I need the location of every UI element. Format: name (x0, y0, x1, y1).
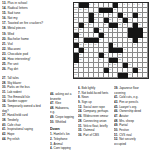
cell-number: 13 (114, 8, 116, 10)
cell-number: 46 (114, 43, 116, 45)
clue-number: 9. (78, 100, 81, 104)
down-clue-list-right: 39.Japanese floor covering41.Cold cuts, … (114, 86, 148, 150)
clue-number: 41. (114, 95, 118, 99)
cell-number: 59 (129, 63, 131, 65)
clue-item: 4.Corn topping (50, 146, 75, 150)
cell-number: 54 (99, 58, 101, 60)
cell-number: 44 (89, 43, 91, 45)
clue-number: 36. (78, 133, 82, 137)
cell-number: 5 (124, 3, 125, 5)
clue-number: 34. (2, 99, 6, 103)
clue-number: 14. (2, 6, 6, 10)
cell-number: 53 (79, 58, 81, 60)
clue-number: 23. (2, 52, 6, 56)
cell-number: 38 (74, 38, 76, 40)
cell-number: 55 (119, 58, 121, 60)
grid-cell[interactable] (143, 73, 148, 78)
cell-number: 50 (79, 53, 81, 55)
clue-number: 37. (2, 113, 6, 117)
cell-number: 9 (143, 3, 144, 5)
cell-number: 24 (129, 18, 131, 20)
cell-number: 62 (138, 68, 140, 70)
cell-number: 15 (94, 13, 96, 15)
clue-number: 2. (50, 137, 53, 141)
clue-number: 31. (78, 124, 82, 128)
clue-number: 46. (50, 92, 54, 96)
cell-number: 52 (119, 53, 121, 55)
clue-number: 31. (2, 90, 6, 94)
clue-item: 52.Not securely occupied (114, 137, 148, 146)
clue-number: 35. (2, 104, 6, 108)
clue-number: 1. (50, 132, 53, 136)
cell-number: 17 (109, 13, 111, 15)
cell-number: 30 (138, 23, 140, 25)
clue-item: 44.Fry relish (2, 137, 47, 142)
clue-number: 42. (2, 132, 6, 136)
cell-number: 3 (94, 3, 95, 5)
cell-number: 43 (84, 43, 86, 45)
cell-number: 45 (94, 43, 96, 45)
clue-item: 48.Habanera, e.g. (50, 106, 75, 115)
clue-item: 36.Part of CBS (78, 133, 111, 138)
cell-number: 27 (104, 23, 106, 25)
down-clues-start: 1.Hamlet's kin2.Telephone3.Animal4.Corn … (50, 132, 75, 150)
cell-number: 1 (74, 3, 75, 5)
cell-number: 11 (79, 8, 81, 10)
clue-number: 33. (2, 95, 6, 99)
cell-number: 12 (84, 8, 86, 10)
clue-number: 28. (78, 119, 82, 123)
cell-number: 64 (129, 73, 131, 75)
cell-number: 18 (124, 13, 126, 15)
across-clue-list-bottom: 27.Tall tales28.Sky blazer30.Parks on th… (2, 76, 47, 150)
cell-number: 19 (138, 13, 140, 15)
clue-number: 30. (2, 85, 6, 89)
clue-number: 26. (78, 114, 82, 118)
cell-number: 42 (79, 43, 81, 45)
cell-number: 2 (89, 3, 90, 5)
clue-number: 6. (78, 86, 81, 90)
cell-number: 57 (109, 63, 111, 65)
cell-number: 58 (114, 63, 116, 65)
cell-number: 39 (99, 38, 101, 40)
cell-number: 37 (104, 33, 106, 35)
clue-number: 46. (114, 109, 118, 113)
clue-number: 35. (78, 128, 82, 132)
clue-number: 16. (2, 16, 6, 20)
clue-number: 4. (50, 146, 53, 150)
cell-number: 63 (74, 73, 76, 75)
clue-number: 17. (2, 21, 6, 25)
cell-number: 61 (109, 68, 111, 70)
across-clue-list-top: 13.Plus in school14.Radical letters15.Sa… (2, 1, 62, 75)
clue-item: 26.Widescreen smear (78, 114, 111, 119)
cell-number: 25 (84, 23, 86, 25)
clue-number: 24. (78, 109, 82, 113)
cell-number: 34 (109, 28, 111, 30)
cell-number: 40 (129, 38, 131, 40)
clue-item: 26.Pay dirt (2, 67, 62, 72)
clue-number: 26. (2, 67, 6, 71)
cell-number: 47 (133, 43, 135, 45)
clue-number: 45. (114, 105, 118, 109)
clue-number: 41. (2, 127, 6, 131)
cell-number: 33 (99, 28, 101, 30)
clue-number: 52. (114, 137, 118, 141)
clue-number: 48. (114, 119, 118, 123)
clue-number: 22. (2, 47, 6, 51)
cell-number: 56 (74, 63, 76, 65)
clue-number: 50. (114, 128, 118, 132)
cell-number: 26 (89, 23, 91, 25)
cell-number: 21 (94, 18, 96, 20)
cell-number: 32 (79, 28, 81, 30)
clue-number: 15. (2, 11, 6, 15)
cell-number: 31 (74, 28, 76, 30)
cell-number: 51 (104, 53, 106, 55)
clue-number: 18. (2, 26, 6, 30)
clue-number: 44. (2, 137, 6, 141)
clue-number: 38. (2, 118, 6, 122)
cell-number: 28 (119, 23, 121, 25)
clue-number: 27. (2, 76, 6, 80)
clue-item: 46.asking out a brunette (50, 92, 75, 101)
cell-number: 41 (138, 38, 140, 40)
cell-number: 7 (133, 3, 134, 5)
down-clue-list-first: 46.asking out a brunette47.Klee48.Habane… (50, 92, 75, 150)
clue-item: 35.Temporarily owned a bird dog? (2, 104, 47, 113)
clue-number: 47. (50, 101, 54, 105)
clue-number: 24. (2, 57, 6, 61)
cell-number: 35 (114, 28, 116, 30)
clue-number: 25. (2, 62, 6, 66)
clue-item: 49.Crepe topping (50, 115, 75, 120)
clue-item: 28.Connecting union (78, 119, 111, 124)
clue-number: 3. (50, 142, 53, 146)
cell-number: 23 (119, 18, 121, 20)
cell-number: 36 (79, 33, 81, 35)
clue-number: 47. (114, 114, 118, 118)
clue-number: 50. (50, 120, 54, 124)
clue-number: 7. (78, 91, 81, 95)
clue-number: 49. (50, 115, 54, 119)
cell-number: 8 (138, 3, 139, 5)
clue-number: 13. (2, 1, 6, 5)
clue-number: 21. (2, 42, 6, 46)
cell-number: 22 (109, 18, 111, 20)
clue-number: 39. (114, 86, 118, 90)
cell-number: 48 (84, 48, 86, 50)
crossword-grid[interactable]: 1234567891011121314151617181920212223242… (73, 2, 149, 79)
clue-number: 43. (114, 100, 118, 104)
clue-number: 19. (2, 32, 6, 36)
cell-number: 16 (99, 13, 101, 15)
cell-number: 60 (74, 68, 76, 70)
clue-number: 8. (78, 95, 81, 99)
cell-number: 14 (74, 13, 76, 15)
clue-number: 12. (78, 105, 82, 109)
cell-number: 29 (124, 23, 126, 25)
clue-number: 48. (50, 106, 54, 110)
cell-number: 20 (74, 18, 76, 20)
down-clue-list-mid: 6.Bob lightly7.Not bold-faced fonts8.Neo… (78, 86, 111, 150)
cell-number: 6 (129, 3, 130, 5)
clue-number: 51. (114, 133, 118, 137)
clue-item: 50.Whittled (50, 120, 75, 125)
clue-number: 40. (2, 123, 6, 127)
cell-number: 10 (74, 8, 76, 10)
across-clue-tail: 46.asking out a brunette47.Klee48.Habane… (50, 92, 75, 124)
clue-number: 20. (2, 37, 6, 41)
clue-number: 28. (2, 81, 6, 85)
cell-number: 49 (124, 48, 126, 50)
clue-number: 49. (114, 123, 118, 127)
clue-item: 39.Japanese floor covering (114, 86, 148, 95)
cell-number: 4 (119, 3, 120, 5)
